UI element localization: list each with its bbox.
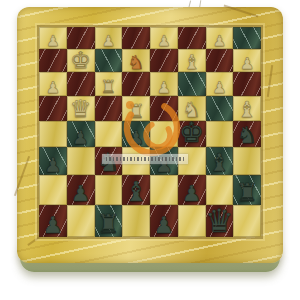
square-g5[interactable] — [206, 96, 234, 121]
chess-board: ♟♟♟♟♚♞♝♟♟♜♟♟♛♜♞♝♟♟♚♞♟♞♟♝♟♝♟♜♟♜♟♛ — [17, 7, 283, 263]
square-h4[interactable]: ♞ — [233, 121, 261, 147]
square-h3[interactable] — [233, 147, 261, 175]
piece-light-pawn-e8[interactable]: ♟ — [157, 34, 170, 49]
square-c2[interactable] — [95, 175, 123, 205]
square-d2[interactable]: ♝ — [122, 175, 150, 205]
square-e6[interactable]: ♟ — [150, 72, 178, 96]
board-grid: ♟♟♟♟♚♞♝♟♟♜♟♟♛♜♞♝♟♟♚♞♟♞♟♝♟♝♟♜♟♜♟♛ — [39, 27, 261, 237]
square-f1[interactable] — [178, 205, 206, 237]
square-g6[interactable]: ♟ — [206, 72, 234, 96]
marble-vein — [14, 156, 30, 196]
piece-light-pawn-a8[interactable]: ♟ — [46, 34, 59, 49]
square-g8[interactable]: ♟ — [206, 27, 234, 49]
square-b8[interactable] — [67, 27, 95, 49]
piece-light-bishop-f7[interactable]: ♝ — [183, 52, 201, 72]
square-h1[interactable] — [233, 205, 261, 237]
piece-light-pawn-g8[interactable]: ♟ — [213, 34, 226, 49]
square-e4[interactable] — [150, 121, 178, 147]
square-e2[interactable] — [150, 175, 178, 205]
square-b7[interactable]: ♚ — [67, 49, 95, 72]
square-a8[interactable]: ♟ — [39, 27, 67, 49]
piece-dark-knight-h4[interactable]: ♞ — [237, 124, 258, 147]
square-b6[interactable] — [67, 72, 95, 96]
piece-dark-pawn-a1[interactable]: ♟ — [43, 214, 64, 237]
square-c8[interactable]: ♟ — [95, 27, 123, 49]
square-d7[interactable]: ♞ — [122, 49, 150, 72]
square-c1[interactable]: ♜ — [95, 205, 123, 237]
square-c4[interactable] — [95, 121, 123, 147]
square-a7[interactable] — [39, 49, 67, 72]
piece-light-queen-b5[interactable]: ♛ — [70, 97, 92, 121]
piece-light-rook-c6[interactable]: ♜ — [100, 78, 116, 96]
marble-vein — [267, 65, 273, 97]
piece-light-pawn-g6[interactable]: ♟ — [212, 80, 226, 96]
piece-light-bishop-h5[interactable]: ♝ — [237, 99, 257, 121]
square-c5[interactable] — [95, 96, 123, 121]
watermark-text-band — [102, 154, 188, 164]
square-d6[interactable] — [122, 72, 150, 96]
square-h5[interactable]: ♝ — [233, 96, 261, 121]
piece-light-pawn-c8[interactable]: ♟ — [102, 34, 115, 49]
square-b1[interactable] — [67, 205, 95, 237]
square-g1[interactable]: ♛ — [206, 205, 234, 237]
square-a3[interactable]: ♟ — [39, 147, 67, 175]
square-b4[interactable]: ♟ — [67, 121, 95, 147]
square-c6[interactable]: ♜ — [95, 72, 123, 96]
photo-background: ♟♟♟♟♚♞♝♟♟♜♟♟♛♜♞♝♟♟♚♞♟♞♟♝♟♝♟♜♟♜♟♛ — [0, 0, 300, 300]
square-a4[interactable] — [39, 121, 67, 147]
piece-light-rook-d5[interactable]: ♜ — [128, 102, 145, 121]
square-b5[interactable]: ♛ — [67, 96, 95, 121]
piece-dark-pawn-a3[interactable]: ♟ — [44, 155, 62, 175]
square-g2[interactable] — [206, 175, 234, 205]
piece-light-pawn-a6[interactable]: ♟ — [46, 80, 60, 96]
square-h8[interactable] — [233, 27, 261, 49]
square-f8[interactable] — [178, 27, 206, 49]
piece-dark-bishop-g3[interactable]: ♝ — [208, 150, 230, 175]
square-d4[interactable]: ♟ — [122, 121, 150, 147]
square-e5[interactable] — [150, 96, 178, 121]
piece-light-king-b7[interactable]: ♚ — [70, 49, 91, 72]
square-g3[interactable]: ♝ — [206, 147, 234, 175]
square-a1[interactable]: ♟ — [39, 205, 67, 237]
square-f7[interactable]: ♝ — [178, 49, 206, 72]
square-e8[interactable]: ♟ — [150, 27, 178, 49]
piece-dark-pawn-e1[interactable]: ♟ — [154, 214, 175, 237]
square-b2[interactable]: ♟ — [67, 175, 95, 205]
piece-light-pawn-h7[interactable]: ♟ — [240, 56, 254, 72]
piece-dark-pawn-b2[interactable]: ♟ — [71, 183, 91, 205]
square-h6[interactable] — [233, 72, 261, 96]
square-h2[interactable]: ♜ — [233, 175, 261, 205]
piece-dark-rook-h2[interactable]: ♜ — [236, 180, 258, 205]
piece-dark-pawn-f2[interactable]: ♟ — [182, 183, 202, 205]
square-d8[interactable] — [122, 27, 150, 49]
piece-dark-bishop-d2[interactable]: ♝ — [124, 178, 148, 205]
square-e7[interactable] — [150, 49, 178, 72]
square-g4[interactable] — [206, 121, 234, 147]
piece-light-knight-d7[interactable]: ♞ — [128, 53, 145, 72]
piece-dark-queen-g1[interactable]: ♛ — [205, 205, 234, 237]
piece-dark-king-f4[interactable]: ♚ — [179, 119, 204, 147]
square-e1[interactable]: ♟ — [150, 205, 178, 237]
square-d5[interactable]: ♜ — [122, 96, 150, 121]
piece-light-pawn-e6[interactable]: ♟ — [157, 80, 171, 96]
square-f6[interactable] — [178, 72, 206, 96]
square-a2[interactable] — [39, 175, 67, 205]
marble-vein — [224, 4, 259, 17]
square-c7[interactable] — [95, 49, 123, 72]
square-d1[interactable] — [122, 205, 150, 237]
square-f2[interactable]: ♟ — [178, 175, 206, 205]
square-b3[interactable] — [67, 147, 95, 175]
square-a5[interactable] — [39, 96, 67, 121]
square-g7[interactable] — [206, 49, 234, 72]
square-f4[interactable]: ♚ — [178, 121, 206, 147]
piece-dark-rook-c1[interactable]: ♜ — [97, 211, 120, 237]
piece-dark-pawn-b4[interactable]: ♟ — [72, 128, 89, 147]
square-a6[interactable]: ♟ — [39, 72, 67, 96]
piece-dark-pawn-d4[interactable]: ♟ — [128, 128, 145, 147]
square-h7[interactable]: ♟ — [233, 49, 261, 72]
